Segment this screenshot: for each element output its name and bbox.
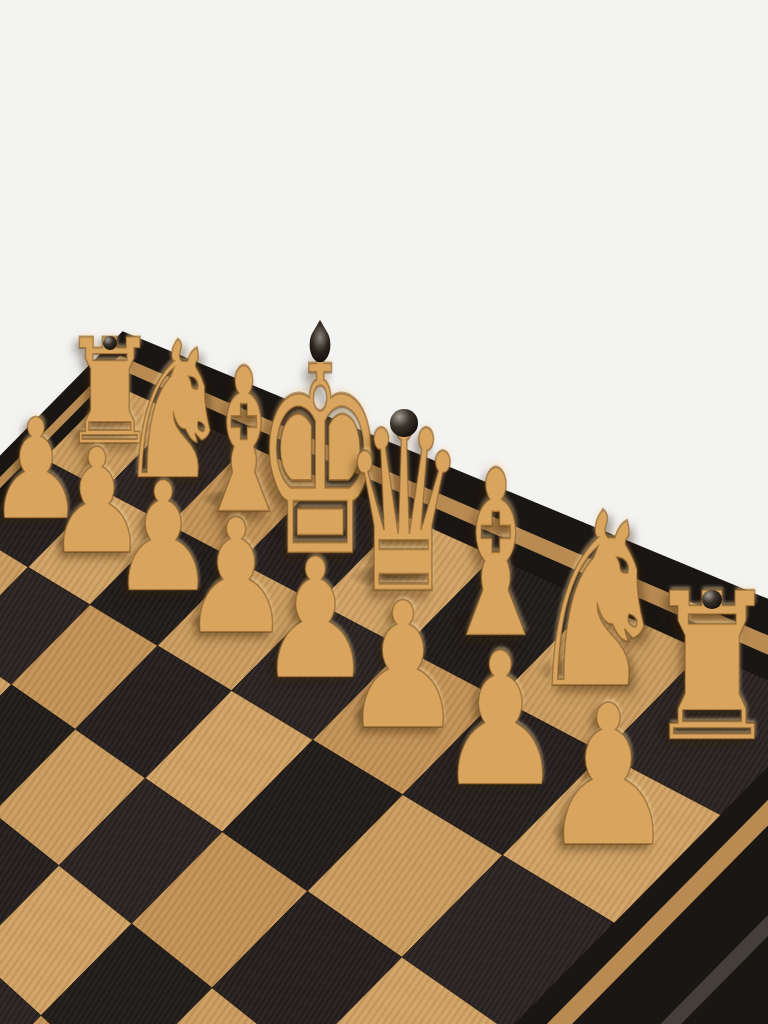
white-pawn-a2[interactable]: ♟ — [541, 680, 675, 875]
chess-photo-stage: Hand-carved wooden chess pieces set up i… — [0, 0, 768, 1024]
